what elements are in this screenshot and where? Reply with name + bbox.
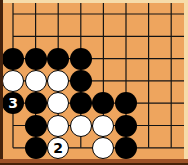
- white-stone: 2: [47, 137, 69, 159]
- black-stone: [25, 48, 47, 70]
- board-frame-right: [184, 0, 188, 165]
- black-stone: [115, 115, 137, 137]
- black-stone: [70, 48, 92, 70]
- white-stone: [3, 70, 24, 92]
- black-stone: [115, 137, 137, 159]
- black-stone: [47, 48, 69, 70]
- move-number-label: 3: [8, 96, 18, 110]
- black-stone: [25, 92, 47, 114]
- black-stone: [25, 137, 47, 159]
- move-number-label: 2: [53, 141, 63, 155]
- white-stone: [47, 115, 69, 137]
- go-board-diagram: 32: [0, 0, 188, 165]
- black-stone: [25, 115, 47, 137]
- white-stone: [47, 70, 69, 92]
- white-stone: [92, 115, 114, 137]
- board-frame-bottom-edge: [0, 163, 188, 165]
- black-stone: [70, 92, 92, 114]
- black-stone: [70, 70, 92, 92]
- white-stone: [70, 115, 92, 137]
- black-stone: [3, 48, 24, 70]
- go-board: 32: [3, 3, 184, 159]
- white-stone: [25, 70, 47, 92]
